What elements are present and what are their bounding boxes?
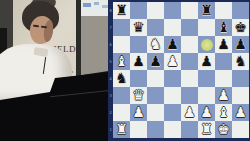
piece-black-pawn[interactable]: ♟ — [147, 53, 164, 70]
square-a3[interactable] — [113, 87, 130, 104]
chess-board: ♜♜♛♝♚♞♟♟♟♝♟♟♟♟♞♞♛♟♟♟♟♝♟♜♜♚ — [113, 2, 249, 138]
square-h5[interactable]: ♞ — [232, 53, 249, 70]
square-f6[interactable] — [198, 36, 215, 53]
square-h4[interactable] — [232, 70, 249, 87]
square-b5[interactable]: ♟ — [130, 53, 147, 70]
square-f4[interactable] — [198, 70, 215, 87]
rank-label-7: 7 — [109, 24, 111, 32]
piece-black-pawn[interactable]: ♟ — [232, 36, 249, 53]
square-d3[interactable] — [164, 87, 181, 104]
square-d2[interactable] — [164, 104, 181, 121]
square-c7[interactable] — [147, 19, 164, 36]
square-a1[interactable]: ♜ — [113, 121, 130, 138]
square-d8[interactable] — [164, 2, 181, 19]
piece-white-king[interactable]: ♚ — [215, 121, 232, 138]
square-e8[interactable] — [181, 2, 198, 19]
rank-label-6: 6 — [109, 41, 111, 49]
piece-black-pawn[interactable]: ♟ — [130, 53, 147, 70]
piece-white-pawn[interactable]: ♟ — [198, 104, 215, 121]
square-b2[interactable]: ♟ — [130, 104, 147, 121]
square-b1[interactable] — [130, 121, 147, 138]
square-b3[interactable]: ♛ — [130, 87, 147, 104]
square-c5[interactable]: ♟ — [147, 53, 164, 70]
square-h1[interactable] — [232, 121, 249, 138]
rank-label-1: 1 — [109, 126, 111, 134]
square-a7[interactable] — [113, 19, 130, 36]
square-c1[interactable] — [147, 121, 164, 138]
piece-white-rook[interactable]: ♜ — [198, 121, 215, 138]
piece-black-king[interactable]: ♚ — [232, 19, 249, 36]
square-h6[interactable]: ♟ — [232, 36, 249, 53]
lecture-scene: FIELD — [0, 0, 112, 141]
piece-white-bishop[interactable]: ♝ — [113, 53, 130, 70]
square-h3[interactable] — [232, 87, 249, 104]
square-g7[interactable]: ♝ — [215, 19, 232, 36]
piece-black-knight[interactable]: ♞ — [232, 53, 249, 70]
square-g5[interactable] — [215, 53, 232, 70]
square-e5[interactable] — [181, 53, 198, 70]
square-a4[interactable]: ♞ — [113, 70, 130, 87]
square-e4[interactable] — [181, 70, 198, 87]
piece-white-queen[interactable]: ♛ — [130, 87, 147, 104]
square-a8[interactable]: ♜ — [113, 2, 130, 19]
screen-content-fleck — [83, 3, 91, 7]
square-h8[interactable] — [232, 2, 249, 19]
square-g3[interactable]: ♟ — [215, 87, 232, 104]
screen-content-fleck — [94, 2, 99, 5]
square-f3[interactable] — [198, 87, 215, 104]
presenter-eyebrow — [41, 26, 47, 28]
square-g6[interactable]: ♟ — [215, 36, 232, 53]
square-f8[interactable]: ♜ — [198, 2, 215, 19]
square-e1[interactable] — [181, 121, 198, 138]
square-f7[interactable] — [198, 19, 215, 36]
square-g2[interactable]: ♝ — [215, 104, 232, 121]
rank-label-2: 2 — [109, 109, 111, 117]
piece-black-bishop[interactable]: ♝ — [215, 19, 232, 36]
rank-label-5: 5 — [109, 58, 111, 66]
square-c6[interactable]: ♞ — [147, 36, 164, 53]
square-e6[interactable] — [181, 36, 198, 53]
square-b7[interactable]: ♛ — [130, 19, 147, 36]
piece-white-pawn[interactable]: ♟ — [215, 87, 232, 104]
square-h2[interactable]: ♟ — [232, 104, 249, 121]
square-e7[interactable] — [181, 19, 198, 36]
square-d4[interactable] — [164, 70, 181, 87]
square-c2[interactable] — [147, 104, 164, 121]
square-g8[interactable] — [215, 2, 232, 19]
square-d7[interactable] — [164, 19, 181, 36]
piece-black-rook[interactable]: ♜ — [198, 2, 215, 19]
rank-label-4: 4 — [109, 75, 111, 83]
square-f2[interactable]: ♟ — [198, 104, 215, 121]
piece-white-bishop[interactable]: ♝ — [215, 104, 232, 121]
piece-black-pawn[interactable]: ♟ — [215, 36, 232, 53]
square-b8[interactable] — [130, 2, 147, 19]
square-g4[interactable] — [215, 70, 232, 87]
square-c3[interactable] — [147, 87, 164, 104]
square-a6[interactable] — [113, 36, 130, 53]
highlight-circle — [201, 39, 213, 51]
square-e3[interactable] — [181, 87, 198, 104]
square-f5[interactable]: ♟ — [198, 53, 215, 70]
piece-white-rook[interactable]: ♜ — [113, 121, 130, 138]
square-a5[interactable]: ♝ — [113, 53, 130, 70]
piece-white-pawn[interactable]: ♟ — [130, 104, 147, 121]
rank-label-8: 8 — [109, 7, 111, 15]
piece-white-pawn[interactable]: ♟ — [181, 104, 198, 121]
piece-black-pawn[interactable]: ♟ — [198, 53, 215, 70]
piece-white-knight[interactable]: ♞ — [147, 36, 164, 53]
piece-white-pawn[interactable]: ♟ — [164, 53, 181, 70]
square-d5[interactable]: ♟ — [164, 53, 181, 70]
square-b6[interactable] — [130, 36, 147, 53]
video-frame: FIELD 87654321 abcdefgh ♜♜♛♝♚♞♟♟♟♝♟♟♟♟♞♞… — [0, 0, 250, 141]
square-d1[interactable] — [164, 121, 181, 138]
piece-black-rook[interactable]: ♜ — [113, 2, 130, 19]
square-h7[interactable]: ♚ — [232, 19, 249, 36]
rank-label-3: 3 — [109, 92, 111, 100]
piece-black-pawn[interactable]: ♟ — [164, 36, 181, 53]
piece-white-pawn[interactable]: ♟ — [232, 104, 249, 121]
square-f1[interactable]: ♜ — [198, 121, 215, 138]
square-b4[interactable] — [130, 70, 147, 87]
square-a2[interactable] — [113, 104, 130, 121]
square-g1[interactable]: ♚ — [215, 121, 232, 138]
square-d6[interactable]: ♟ — [164, 36, 181, 53]
piece-black-knight[interactable]: ♞ — [113, 70, 130, 87]
square-e2[interactable]: ♟ — [181, 104, 198, 121]
square-c8[interactable] — [147, 2, 164, 19]
square-c4[interactable] — [147, 70, 164, 87]
file-coordinates: abcdefgh — [113, 138, 249, 141]
chess-board-panel: 87654321 abcdefgh ♜♜♛♝♚♞♟♟♟♝♟♟♟♟♞♞♛♟♟♟♟♝… — [108, 0, 250, 141]
piece-black-queen[interactable]: ♛ — [130, 19, 147, 36]
